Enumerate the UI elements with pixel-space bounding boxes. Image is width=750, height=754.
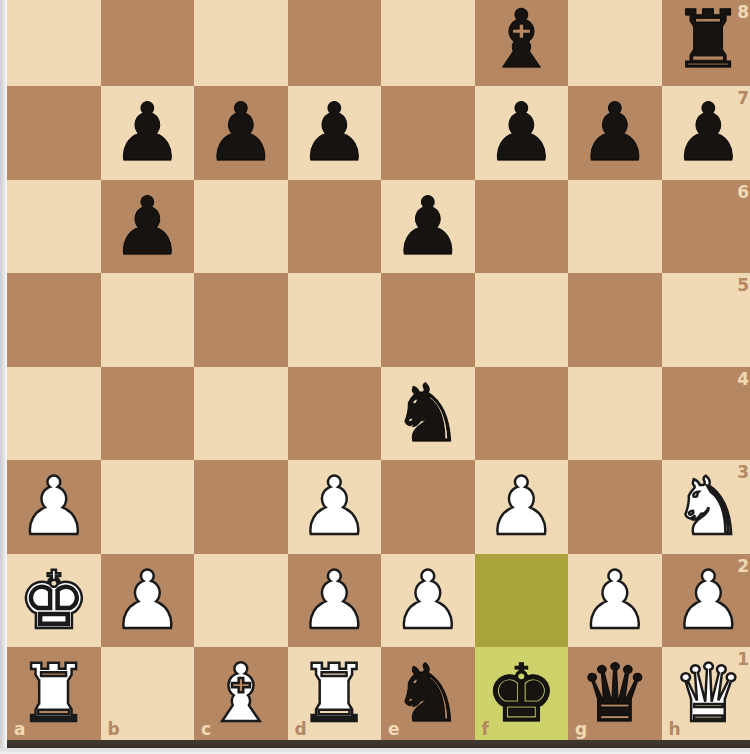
square-g3[interactable] — [568, 460, 662, 554]
white-queen-h1[interactable]: ♛ — [662, 647, 750, 741]
rank-label-4: 4 — [737, 371, 749, 388]
square-b6[interactable]: ♟ — [101, 180, 195, 274]
square-c1[interactable]: c♝ — [194, 647, 288, 741]
white-rook-a1[interactable]: ♜ — [7, 647, 101, 741]
square-f7[interactable]: ♟ — [475, 86, 569, 180]
black-pawn-g7[interactable]: ♟ — [568, 86, 662, 180]
square-g4[interactable] — [568, 367, 662, 461]
square-h1[interactable]: 1h♛ — [662, 647, 750, 741]
square-e5[interactable] — [381, 273, 475, 367]
square-g2[interactable]: ♟ — [568, 554, 662, 648]
square-e4[interactable]: ♞ — [381, 367, 475, 461]
square-d4[interactable] — [288, 367, 382, 461]
square-b4[interactable] — [101, 367, 195, 461]
square-g1[interactable]: g♛ — [568, 647, 662, 741]
square-h6[interactable]: 6 — [662, 180, 750, 274]
white-pawn-f3[interactable]: ♟ — [475, 460, 569, 554]
black-knight-e1[interactable]: ♞ — [381, 647, 475, 741]
chess-board: ♝8♜♟♟♟♟♟7♟♟♟65♞4♟♟♟3♞♚♟♟♟♟2♟a♜bc♝d♜e♞f♚g… — [7, 0, 750, 741]
square-a1[interactable]: a♜ — [7, 647, 101, 741]
square-d8[interactable] — [288, 0, 382, 86]
square-f2[interactable] — [475, 554, 569, 648]
square-a8[interactable] — [7, 0, 101, 86]
white-knight-h3[interactable]: ♞ — [662, 460, 750, 554]
square-b1[interactable]: b — [101, 647, 195, 741]
square-h2[interactable]: 2♟ — [662, 554, 750, 648]
square-c3[interactable] — [194, 460, 288, 554]
square-e3[interactable] — [381, 460, 475, 554]
rank-label-6: 6 — [737, 184, 749, 201]
black-pawn-c7[interactable]: ♟ — [194, 86, 288, 180]
square-c2[interactable] — [194, 554, 288, 648]
white-pawn-d2[interactable]: ♟ — [288, 554, 382, 648]
black-pawn-h7[interactable]: ♟ — [662, 86, 750, 180]
square-g6[interactable] — [568, 180, 662, 274]
white-pawn-g2[interactable]: ♟ — [568, 554, 662, 648]
square-c8[interactable] — [194, 0, 288, 86]
square-a5[interactable] — [7, 273, 101, 367]
square-e1[interactable]: e♞ — [381, 647, 475, 741]
square-a2[interactable]: ♚ — [7, 554, 101, 648]
square-c4[interactable] — [194, 367, 288, 461]
white-pawn-h2[interactable]: ♟ — [662, 554, 750, 648]
square-a6[interactable] — [7, 180, 101, 274]
board-bottom-shadow — [7, 740, 750, 748]
square-d5[interactable] — [288, 273, 382, 367]
page: ♝8♜♟♟♟♟♟7♟♟♟65♞4♟♟♟3♞♚♟♟♟♟2♟a♜bc♝d♜e♞f♚g… — [0, 0, 750, 754]
square-d6[interactable] — [288, 180, 382, 274]
square-b2[interactable]: ♟ — [101, 554, 195, 648]
black-knight-e4[interactable]: ♞ — [381, 367, 475, 461]
square-e7[interactable] — [381, 86, 475, 180]
black-pawn-b6[interactable]: ♟ — [101, 180, 195, 274]
square-h8[interactable]: 8♜ — [662, 0, 750, 86]
square-d3[interactable]: ♟ — [288, 460, 382, 554]
black-king-f1[interactable]: ♚ — [475, 647, 569, 741]
square-b7[interactable]: ♟ — [101, 86, 195, 180]
black-pawn-b7[interactable]: ♟ — [101, 86, 195, 180]
square-f3[interactable]: ♟ — [475, 460, 569, 554]
square-h5[interactable]: 5 — [662, 273, 750, 367]
black-pawn-f7[interactable]: ♟ — [475, 86, 569, 180]
square-b8[interactable] — [101, 0, 195, 86]
white-pawn-d3[interactable]: ♟ — [288, 460, 382, 554]
square-f8[interactable]: ♝ — [475, 0, 569, 86]
square-g7[interactable]: ♟ — [568, 86, 662, 180]
square-f6[interactable] — [475, 180, 569, 274]
white-bishop-c1[interactable]: ♝ — [194, 647, 288, 741]
square-a7[interactable] — [7, 86, 101, 180]
square-e2[interactable]: ♟ — [381, 554, 475, 648]
square-g5[interactable] — [568, 273, 662, 367]
square-f1[interactable]: f♚ — [475, 647, 569, 741]
white-rook-d1[interactable]: ♜ — [288, 647, 382, 741]
rank-label-5: 5 — [737, 277, 749, 294]
square-c6[interactable] — [194, 180, 288, 274]
square-c7[interactable]: ♟ — [194, 86, 288, 180]
square-e8[interactable] — [381, 0, 475, 86]
black-pawn-e6[interactable]: ♟ — [381, 180, 475, 274]
square-c5[interactable] — [194, 273, 288, 367]
square-g8[interactable] — [568, 0, 662, 86]
square-b5[interactable] — [101, 273, 195, 367]
square-h7[interactable]: 7♟ — [662, 86, 750, 180]
square-h3[interactable]: 3♞ — [662, 460, 750, 554]
square-e6[interactable]: ♟ — [381, 180, 475, 274]
white-pawn-e2[interactable]: ♟ — [381, 554, 475, 648]
square-f4[interactable] — [475, 367, 569, 461]
square-a4[interactable] — [7, 367, 101, 461]
black-rook-h8[interactable]: ♜ — [662, 0, 750, 86]
square-d1[interactable]: d♜ — [288, 647, 382, 741]
white-pawn-b2[interactable]: ♟ — [101, 554, 195, 648]
square-b3[interactable] — [101, 460, 195, 554]
square-d7[interactable]: ♟ — [288, 86, 382, 180]
page-background-strip — [0, 748, 750, 754]
black-queen-g1[interactable]: ♛ — [568, 647, 662, 741]
square-h4[interactable]: 4 — [662, 367, 750, 461]
page-edge-strip — [0, 0, 7, 754]
square-d2[interactable]: ♟ — [288, 554, 382, 648]
square-f5[interactable] — [475, 273, 569, 367]
white-king-a2[interactable]: ♚ — [7, 554, 101, 648]
black-bishop-f8[interactable]: ♝ — [475, 0, 569, 86]
black-pawn-d7[interactable]: ♟ — [288, 86, 382, 180]
square-a3[interactable]: ♟ — [7, 460, 101, 554]
file-label-b: b — [108, 721, 120, 738]
white-pawn-a3[interactable]: ♟ — [7, 460, 101, 554]
